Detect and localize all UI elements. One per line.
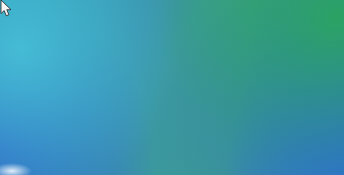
captured-pieces-rails (0, 0, 344, 175)
chess-titans-window (0, 0, 344, 175)
mouse-cursor[interactable] (0, 0, 14, 18)
